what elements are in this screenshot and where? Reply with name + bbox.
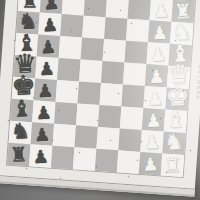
square-b7[interactable]: ♟ (38, 13, 61, 36)
square-h1[interactable]: ♜ (161, 153, 184, 176)
square-e7[interactable]: ♟ (34, 78, 57, 101)
board-grid: ♜♟♟♜♞♟♟♞♝♟♟♝♛♟♟♛♚♟♟♚♝♟♟♝♞♟♟♞♜♟♟♜ (6, 0, 196, 178)
square-d7[interactable]: ♟ (35, 56, 58, 79)
square-h5[interactable] (73, 147, 96, 170)
square-e5[interactable] (78, 81, 101, 104)
square-e6[interactable] (56, 80, 79, 103)
square-d4[interactable] (101, 61, 124, 84)
chessboard-photo: ♜♟♟♜♞♟♟♞♝♟♟♝♛♟♟♛♚♟♟♚♝♟♟♝♞♟♟♞♜♟♟♜ OACMARA (0, 0, 200, 200)
square-g7[interactable]: ♟ (31, 122, 54, 145)
square-f4[interactable] (98, 105, 121, 128)
square-f7[interactable]: ♟ (32, 100, 55, 123)
chess-board: ♜♟♟♜♞♟♟♞♝♟♟♝♛♟♟♛♚♟♟♚♝♟♟♝♞♟♟♞♜♟♟♜ OACMARA (0, 0, 200, 197)
square-b5[interactable] (82, 16, 105, 39)
square-e4[interactable] (99, 83, 122, 106)
square-f6[interactable] (54, 102, 77, 125)
square-g5[interactable] (74, 125, 97, 148)
square-d5[interactable] (79, 60, 102, 83)
square-c5[interactable] (81, 38, 104, 61)
square-a6[interactable] (62, 0, 85, 16)
square-g1[interactable]: ♞ (162, 131, 185, 154)
white-knight[interactable]: ♞ (158, 130, 189, 154)
white-rook[interactable]: ♜ (157, 154, 188, 176)
square-c6[interactable] (59, 36, 82, 59)
square-g6[interactable] (53, 124, 76, 147)
square-g4[interactable] (96, 127, 119, 150)
square-d6[interactable] (57, 58, 80, 81)
square-a5[interactable] (84, 0, 107, 17)
square-a4[interactable] (106, 0, 129, 19)
square-f5[interactable] (76, 103, 99, 126)
square-h7[interactable]: ♟ (29, 144, 52, 167)
square-b6[interactable] (60, 14, 83, 37)
square-h4[interactable] (95, 149, 118, 172)
square-c7[interactable]: ♟ (37, 35, 60, 58)
square-c4[interactable] (103, 39, 126, 62)
square-h6[interactable] (51, 146, 74, 169)
dust-speckles (0, 0, 1, 1)
square-b4[interactable] (104, 17, 127, 40)
